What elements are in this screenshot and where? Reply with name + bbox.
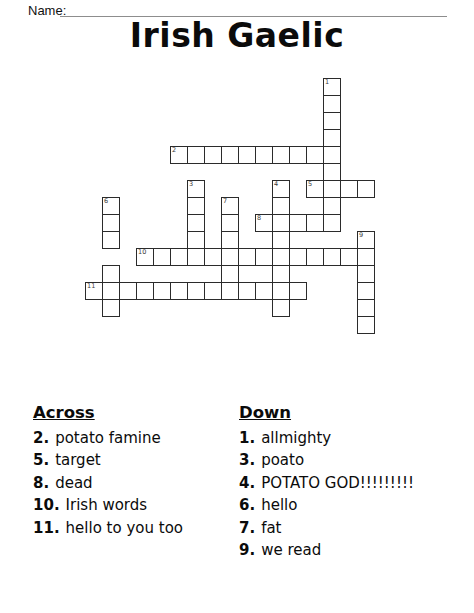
grid-cell[interactable]	[187, 146, 205, 164]
grid-cell[interactable]: 8	[255, 214, 273, 232]
clue-number: 2	[33, 429, 55, 447]
grid-cell[interactable]	[221, 282, 239, 300]
clue-down-7: 7fat	[239, 517, 414, 539]
grid-cell[interactable]	[221, 265, 239, 283]
grid-cell[interactable]	[221, 146, 239, 164]
grid-cell[interactable]	[289, 282, 307, 300]
clue-text: hello to you too	[66, 519, 183, 537]
down-heading: Down	[239, 403, 414, 422]
clue-number: 9	[239, 541, 261, 559]
grid-cell[interactable]	[187, 231, 205, 249]
grid-cell[interactable]	[323, 180, 341, 198]
grid-cell[interactable]	[306, 248, 324, 266]
clue-down-4: 4POTATO GOD!!!!!!!!!	[239, 472, 414, 494]
grid-cell[interactable]: 2	[170, 146, 188, 164]
across-clues-section: Across 2potato famine 5target 8dead 10Ir…	[33, 403, 183, 539]
grid-cell-number: 2	[172, 147, 176, 154]
clue-number: 6	[239, 496, 261, 514]
clue-down-9: 9we read	[239, 539, 414, 561]
clue-number: 4	[239, 474, 261, 492]
grid-cell[interactable]	[323, 197, 341, 215]
clue-text: POTATO GOD!!!!!!!!!	[261, 474, 414, 492]
grid-cell[interactable]	[323, 112, 341, 130]
clue-text: poato	[261, 451, 304, 469]
grid-cell[interactable]	[272, 248, 290, 266]
grid-cell[interactable]	[255, 248, 273, 266]
down-clues-section: Down 1allmighty 3poato 4POTATO GOD!!!!!!…	[239, 403, 414, 561]
grid-cell[interactable]	[255, 146, 273, 164]
grid-cell-number: 6	[104, 198, 108, 205]
grid-cell[interactable]	[306, 146, 324, 164]
clue-text: Irish words	[66, 496, 148, 514]
grid-cell[interactable]	[323, 214, 341, 232]
grid-cell[interactable]	[323, 95, 341, 113]
grid-cell[interactable]	[357, 316, 375, 334]
grid-cell[interactable]	[170, 282, 188, 300]
grid-cell[interactable]	[323, 146, 341, 164]
clue-text: we read	[261, 541, 321, 559]
grid-cell[interactable]: 5	[306, 180, 324, 198]
grid-cell[interactable]	[119, 282, 137, 300]
clue-down-3: 3poato	[239, 449, 414, 471]
clue-text: potato famine	[55, 429, 161, 447]
grid-cell[interactable]	[204, 282, 222, 300]
clue-text: dead	[55, 474, 92, 492]
grid-cell[interactable]	[204, 248, 222, 266]
grid-cell[interactable]	[306, 214, 324, 232]
clue-down-1: 1allmighty	[239, 427, 414, 449]
clue-number: 3	[239, 451, 261, 469]
grid-cell[interactable]	[289, 146, 307, 164]
clue-number: 1	[239, 429, 261, 447]
grid-cell[interactable]	[357, 248, 375, 266]
grid-cell[interactable]	[340, 248, 358, 266]
grid-cell[interactable]	[357, 180, 375, 198]
clue-across-8: 8dead	[33, 472, 183, 494]
grid-cell[interactable]	[289, 248, 307, 266]
grid-cell[interactable]	[272, 146, 290, 164]
grid-cell[interactable]	[238, 282, 256, 300]
clue-across-5: 5target	[33, 449, 183, 471]
grid-cell-number: 5	[308, 181, 312, 188]
grid-cell[interactable]	[238, 146, 256, 164]
clue-number: 8	[33, 474, 55, 492]
grid-cell[interactable]	[221, 231, 239, 249]
grid-cell[interactable]	[102, 299, 120, 317]
clue-number: 10	[33, 496, 66, 514]
grid-cell[interactable]	[272, 231, 290, 249]
grid-cell[interactable]: 7	[221, 197, 239, 215]
grid-cell[interactable]	[170, 248, 188, 266]
clue-number: 7	[239, 519, 261, 537]
grid-cell[interactable]: 6	[102, 197, 120, 215]
grid-cell[interactable]	[357, 299, 375, 317]
grid-cell[interactable]	[204, 146, 222, 164]
grid-cell[interactable]: 10	[136, 248, 154, 266]
grid-cell[interactable]	[357, 282, 375, 300]
grid-cell[interactable]	[238, 248, 256, 266]
grid-cell[interactable]	[272, 197, 290, 215]
grid-cell[interactable]	[102, 231, 120, 249]
grid-cell-number: 3	[189, 181, 193, 188]
clue-number: 5	[33, 451, 55, 469]
clue-down-6: 6hello	[239, 494, 414, 516]
grid-cell[interactable]	[255, 282, 273, 300]
grid-cell[interactable]	[187, 214, 205, 232]
grid-cell-number: 8	[257, 215, 261, 222]
puzzle-title: Irish Gaelic	[0, 16, 474, 55]
grid-cell[interactable]	[357, 265, 375, 283]
grid-cell[interactable]: 4	[272, 180, 290, 198]
clue-text: fat	[261, 519, 281, 537]
grid-cell[interactable]	[340, 180, 358, 198]
grid-cell[interactable]	[102, 282, 120, 300]
worksheet-page: { "page": { "name_label": "Name:" }, "ti…	[0, 0, 474, 613]
grid-cell[interactable]: 9	[357, 231, 375, 249]
grid-cell[interactable]: 11	[85, 282, 103, 300]
grid-cell[interactable]	[323, 129, 341, 147]
grid-cell[interactable]	[272, 265, 290, 283]
grid-cell[interactable]: 3	[187, 180, 205, 198]
grid-cell[interactable]	[221, 248, 239, 266]
grid-cell-number: 4	[274, 181, 278, 188]
grid-cell[interactable]	[153, 282, 171, 300]
grid-cell[interactable]: 1	[323, 78, 341, 96]
grid-cell-number: 10	[138, 249, 146, 256]
clue-number: 11	[33, 519, 66, 537]
grid-cell[interactable]	[187, 248, 205, 266]
grid-cell[interactable]	[153, 248, 171, 266]
grid-cell[interactable]	[272, 282, 290, 300]
grid-cell[interactable]	[102, 265, 120, 283]
crossword-grid: 1234567891011	[85, 78, 374, 333]
clue-text: hello	[261, 496, 297, 514]
clue-text: target	[55, 451, 101, 469]
clue-across-2: 2potato famine	[33, 427, 183, 449]
across-heading: Across	[33, 403, 183, 422]
grid-cell[interactable]	[187, 197, 205, 215]
grid-cell[interactable]	[289, 214, 307, 232]
clue-across-11: 11hello to you too	[33, 517, 183, 539]
grid-cell[interactable]	[272, 299, 290, 317]
clue-text: allmighty	[261, 429, 331, 447]
grid-cell[interactable]	[136, 282, 154, 300]
grid-cell-number: 11	[87, 283, 95, 290]
grid-cell-number: 1	[325, 79, 329, 86]
grid-cell[interactable]	[221, 214, 239, 232]
grid-cell[interactable]	[323, 163, 341, 181]
grid-cell[interactable]	[187, 282, 205, 300]
grid-cell-number: 7	[223, 198, 227, 205]
clue-across-10: 10Irish words	[33, 494, 183, 516]
grid-cell[interactable]	[323, 248, 341, 266]
grid-cell[interactable]	[272, 214, 290, 232]
grid-cell-number: 9	[359, 232, 363, 239]
grid-cell[interactable]	[102, 214, 120, 232]
